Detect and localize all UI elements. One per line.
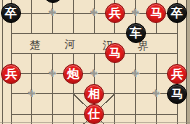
piece-black-horse[interactable]: 马 (167, 84, 187, 104)
piece-black-chariot[interactable]: 车 (126, 23, 146, 43)
piece-glyph: 马 (150, 7, 162, 19)
piece-red-soldier[interactable]: 兵 (167, 64, 187, 84)
piece-red-soldier[interactable]: 兵 (105, 3, 125, 23)
piece-glyph: 兵 (109, 7, 121, 19)
position-marker-icon: ✚ (90, 9, 98, 18)
piece-red-elephant[interactable]: 相 (84, 84, 104, 104)
position-marker-icon: ✚ (28, 89, 36, 98)
piece-glyph: 卒 (5, 7, 17, 19)
piece-black-soldier[interactable]: 卒 (1, 3, 21, 23)
river-label-char: 河 (65, 39, 76, 50)
position-marker-icon: ✚ (152, 89, 160, 98)
position-marker-icon: ✚ (49, 69, 57, 78)
position-marker-icon: ✚ (132, 9, 140, 18)
piece-red-soldier[interactable]: 兵 (1, 64, 21, 84)
piece-red-horse[interactable]: 马 (105, 43, 125, 63)
xiangqi-board[interactable]: 楚河汉界 ✚✚✚✚✚✚✚✚ 炮卒兵马卒车马兵炮兵相马仕 (0, 0, 190, 124)
position-marker-icon: ✚ (132, 69, 140, 78)
piece-black-soldier[interactable]: 卒 (167, 3, 187, 23)
piece-red-advisor[interactable]: 仕 (84, 104, 104, 124)
piece-glyph: 仕 (88, 108, 100, 120)
board-right-edge (187, 0, 190, 124)
position-marker-icon: ✚ (49, 9, 57, 18)
piece-glyph: 马 (109, 47, 121, 59)
piece-glyph: 相 (88, 88, 100, 100)
piece-glyph: 兵 (171, 68, 183, 80)
river-label-char: 楚 (30, 40, 41, 51)
piece-glyph: 兵 (5, 68, 17, 80)
piece-glyph: 马 (171, 88, 183, 100)
piece-red-cannon[interactable]: 炮 (63, 64, 83, 84)
position-marker-icon: ✚ (90, 69, 98, 78)
piece-glyph: 车 (130, 27, 142, 39)
piece-glyph: 卒 (171, 7, 183, 19)
piece-glyph: 炮 (67, 68, 79, 80)
piece-red-horse[interactable]: 马 (146, 3, 166, 23)
